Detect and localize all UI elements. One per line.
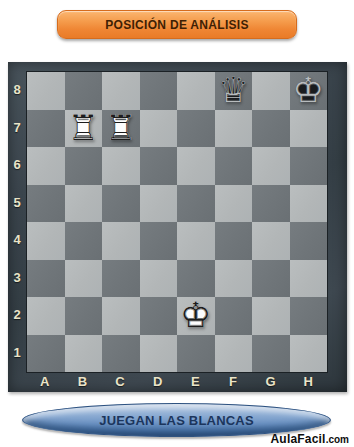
- square-f7: [215, 110, 253, 148]
- square-e1: [177, 335, 215, 373]
- square-a4: [27, 222, 65, 260]
- rank-label-1: 1: [8, 334, 26, 372]
- square-d6: [140, 147, 178, 185]
- file-label-c: C: [101, 373, 139, 390]
- square-e2: ♚♔: [177, 297, 215, 335]
- square-f1: [215, 335, 253, 373]
- analysis-title-label: POSICIÓN DE ANÁLISIS: [105, 18, 249, 32]
- square-d4: [140, 222, 178, 260]
- square-g1: [252, 335, 290, 373]
- square-b4: [65, 222, 103, 260]
- square-d2: [140, 297, 178, 335]
- square-f4: [215, 222, 253, 260]
- board-squares: ♛♕♚♔♜♖♜♖♚♔: [26, 71, 328, 373]
- square-d8: [140, 72, 178, 110]
- square-c7: ♜♖: [102, 110, 140, 148]
- file-labels: ABCDEFGH: [26, 373, 327, 390]
- square-h6: [290, 147, 328, 185]
- square-c2: [102, 297, 140, 335]
- square-c6: [102, 147, 140, 185]
- file-label-b: B: [64, 373, 102, 390]
- square-g4: [252, 222, 290, 260]
- square-h2: [290, 297, 328, 335]
- square-f6: [215, 147, 253, 185]
- black-queen-icon: ♛♕: [215, 72, 252, 109]
- square-d7: [140, 110, 178, 148]
- square-e6: [177, 147, 215, 185]
- site-credit-brand: AulaFacil: [271, 432, 326, 446]
- square-a7: [27, 110, 65, 148]
- analysis-diagram-page: POSICIÓN DE ANÁLISIS 87654321 ♛♕♚♔♜♖♜♖♚♔…: [0, 0, 354, 447]
- rank-labels: 87654321: [8, 71, 26, 371]
- square-a2: [27, 297, 65, 335]
- site-credit: AulaFacil.com: [271, 432, 350, 446]
- square-a5: [27, 185, 65, 223]
- square-e7: [177, 110, 215, 148]
- square-a8: [27, 72, 65, 110]
- square-h1: [290, 335, 328, 373]
- square-b2: [65, 297, 103, 335]
- rank-label-4: 4: [8, 221, 26, 259]
- square-b1: [65, 335, 103, 373]
- square-g7: [252, 110, 290, 148]
- square-g5: [252, 185, 290, 223]
- file-label-g: G: [252, 373, 290, 390]
- square-c3: [102, 260, 140, 298]
- square-g8: [252, 72, 290, 110]
- square-c8: [102, 72, 140, 110]
- rank-label-8: 8: [8, 71, 26, 109]
- square-f3: [215, 260, 253, 298]
- analysis-title-banner: POSICIÓN DE ANÁLISIS: [57, 10, 297, 39]
- square-e4: [177, 222, 215, 260]
- rank-label-2: 2: [8, 296, 26, 334]
- square-c1: [102, 335, 140, 373]
- file-label-a: A: [26, 373, 64, 390]
- chess-board: 87654321 ♛♕♚♔♜♖♜♖♚♔ ABCDEFGH: [8, 62, 347, 392]
- square-h4: [290, 222, 328, 260]
- square-h3: [290, 260, 328, 298]
- square-b3: [65, 260, 103, 298]
- white-king-icon: ♚♔: [177, 297, 214, 334]
- rank-label-6: 6: [8, 146, 26, 184]
- square-c5: [102, 185, 140, 223]
- square-f2: [215, 297, 253, 335]
- square-b5: [65, 185, 103, 223]
- square-h7: [290, 110, 328, 148]
- square-g2: [252, 297, 290, 335]
- square-d3: [140, 260, 178, 298]
- site-credit-tld: .com: [326, 434, 349, 445]
- square-c4: [102, 222, 140, 260]
- file-label-e: E: [177, 373, 215, 390]
- rank-label-7: 7: [8, 109, 26, 147]
- file-label-h: H: [289, 373, 327, 390]
- white-rook-icon: ♜♖: [102, 110, 139, 147]
- square-f5: [215, 185, 253, 223]
- turn-indicator-label: JUEGAN LAS BLANCAS: [99, 413, 254, 428]
- square-g6: [252, 147, 290, 185]
- square-b8: [65, 72, 103, 110]
- square-h5: [290, 185, 328, 223]
- white-rook-icon: ♜♖: [65, 110, 102, 147]
- file-label-f: F: [214, 373, 252, 390]
- file-label-d: D: [139, 373, 177, 390]
- square-b6: [65, 147, 103, 185]
- square-a1: [27, 335, 65, 373]
- square-a6: [27, 147, 65, 185]
- square-e5: [177, 185, 215, 223]
- rank-label-5: 5: [8, 184, 26, 222]
- square-a3: [27, 260, 65, 298]
- square-e8: [177, 72, 215, 110]
- square-b7: ♜♖: [65, 110, 103, 148]
- square-f8: ♛♕: [215, 72, 253, 110]
- square-d5: [140, 185, 178, 223]
- black-king-icon: ♚♔: [290, 72, 327, 109]
- square-d1: [140, 335, 178, 373]
- rank-label-3: 3: [8, 259, 26, 297]
- square-e3: [177, 260, 215, 298]
- square-g3: [252, 260, 290, 298]
- square-h8: ♚♔: [290, 72, 328, 110]
